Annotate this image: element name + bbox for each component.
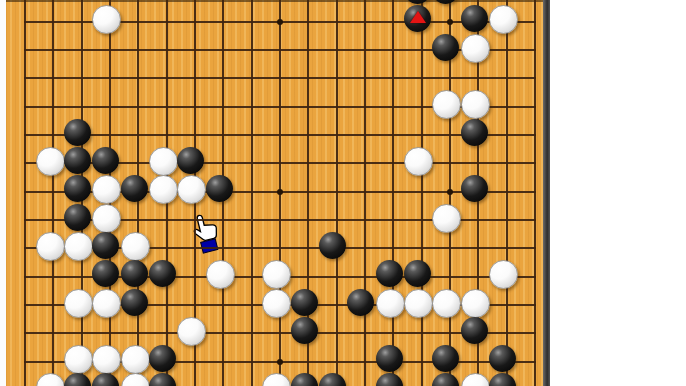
board-panel-divider — [543, 0, 550, 386]
grid-line-vertical — [421, 0, 423, 386]
stone-black — [376, 345, 403, 372]
stone-white — [432, 204, 461, 233]
grid-line-horizontal — [24, 49, 536, 51]
stone-white — [404, 147, 433, 176]
star-point — [277, 359, 283, 365]
stone-black — [121, 260, 148, 287]
stone-white — [121, 232, 150, 261]
stone-white — [432, 289, 461, 318]
stone-white — [36, 232, 65, 261]
grid-line-vertical — [52, 0, 54, 386]
stone-black — [291, 317, 318, 344]
stone-black — [461, 5, 488, 32]
grid-line-vertical — [534, 0, 536, 386]
stone-black — [461, 317, 488, 344]
grid-line-vertical — [392, 0, 394, 386]
stone-white — [404, 289, 433, 318]
stone-white — [461, 34, 490, 63]
star-point — [447, 19, 453, 25]
star-point — [277, 19, 283, 25]
stone-black — [64, 119, 91, 146]
grid-line-vertical — [251, 0, 253, 386]
star-point — [277, 189, 283, 195]
stone-black — [206, 175, 233, 202]
grid-line-vertical — [364, 0, 366, 386]
grid-line-horizontal — [24, 332, 536, 334]
stone-white — [461, 90, 490, 119]
stone-white — [64, 232, 93, 261]
stone-white — [206, 260, 235, 289]
app-window — [0, 0, 686, 386]
stone-white — [92, 204, 121, 233]
stone-black — [461, 119, 488, 146]
stone-white — [262, 289, 291, 318]
stone-black — [461, 175, 488, 202]
stone-white — [36, 147, 65, 176]
stone-black — [64, 204, 91, 231]
stone-black — [121, 289, 148, 316]
star-point — [447, 189, 453, 195]
last-move-triangle-marker — [410, 11, 426, 23]
stone-white — [461, 289, 490, 318]
video-top-edge-artifact — [6, 0, 543, 2]
stone-white — [149, 147, 178, 176]
stone-white — [64, 289, 93, 318]
stone-black — [432, 34, 459, 61]
grid-line-vertical — [24, 0, 26, 386]
stone-black — [376, 260, 403, 287]
stone-white — [121, 345, 150, 374]
grid-line-horizontal — [24, 77, 536, 79]
grid-line-vertical — [336, 0, 338, 386]
side-panel — [550, 0, 686, 386]
grid-line-horizontal — [24, 134, 536, 136]
stone-black — [121, 175, 148, 202]
stone-black — [347, 289, 374, 316]
grid-line-vertical — [506, 0, 508, 386]
stone-white — [376, 289, 405, 318]
stone-black — [64, 147, 91, 174]
stone-white — [92, 289, 121, 318]
stone-black — [291, 289, 318, 316]
stone-black — [319, 232, 346, 259]
